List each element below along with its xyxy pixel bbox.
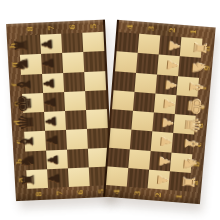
white-pawn-piece[interactable]: ♟ [153, 169, 174, 191]
board-left-half: 8765 8765 hgfedcba ♜♟♞♟♝♟♚♟♛♟♝♟♞♟♜♟ [6, 20, 113, 202]
square-d7[interactable]: ♟ [44, 111, 66, 131]
square-c3[interactable] [130, 130, 152, 151]
black-bishop-piece[interactable]: ♝ [13, 73, 33, 95]
rank-label: 3 [143, 17, 157, 39]
square-c6[interactable] [66, 129, 88, 149]
square-b7[interactable]: ♟ [46, 149, 68, 169]
square-f3[interactable] [134, 72, 157, 93]
rank-label: 6 [73, 182, 86, 203]
square-a7[interactable]: ♟ [47, 168, 69, 188]
rank-labels-top-left: 8765 [18, 20, 103, 36]
board-grid-left: ♜♟♞♟♝♟♚♟♛♟♝♟♞♟♜♟ [19, 32, 111, 189]
chess-set-photo: 8765 8765 hgfedcba ♜♟♞♟♝♟♚♟♛♟♝♟♞♟♜♟ 4321… [0, 0, 220, 220]
rank-label: 6 [65, 16, 78, 38]
black-rook-piece[interactable]: ♜ [18, 169, 38, 190]
square-a2[interactable]: ♟ [148, 169, 170, 189]
white-rook-piece[interactable]: ♜ [178, 171, 199, 193]
black-bishop-piece[interactable]: ♝ [16, 131, 36, 153]
square-g6[interactable] [62, 52, 84, 72]
black-pawn-piece[interactable]: ♟ [37, 53, 57, 75]
square-e5[interactable] [85, 90, 107, 110]
square-c2[interactable]: ♟ [151, 132, 173, 153]
rank-label: 3 [130, 183, 144, 204]
square-b3[interactable] [128, 149, 150, 170]
black-pawn-piece[interactable]: ♟ [43, 168, 63, 189]
square-d6[interactable] [65, 110, 87, 130]
square-g3[interactable] [136, 53, 159, 74]
square-c5[interactable] [87, 128, 109, 148]
square-f6[interactable] [63, 72, 85, 92]
rank-label: 5 [86, 15, 99, 37]
square-g7[interactable]: ♟ [41, 53, 63, 73]
square-d2[interactable]: ♟ [152, 112, 175, 133]
square-e6[interactable] [64, 91, 86, 111]
square-g5[interactable] [83, 51, 105, 71]
square-f2[interactable]: ♟ [155, 74, 178, 95]
square-h7[interactable]: ♟ [40, 34, 62, 54]
square-e4[interactable] [112, 90, 134, 111]
square-b2[interactable]: ♟ [149, 151, 171, 172]
square-c7[interactable]: ♟ [45, 130, 67, 150]
square-h2[interactable]: ♟ [159, 35, 182, 56]
square-f5[interactable] [84, 71, 106, 91]
square-d4[interactable] [110, 109, 132, 130]
black-knight-piece[interactable]: ♞ [12, 54, 32, 76]
square-d3[interactable] [131, 111, 153, 132]
square-e2[interactable]: ♟ [154, 93, 177, 114]
square-c4[interactable] [109, 128, 131, 149]
rank-labels-bottom-right: 4321 [105, 185, 189, 203]
square-f7[interactable]: ♟ [42, 73, 64, 93]
square-d5[interactable] [86, 109, 108, 129]
square-b4[interactable] [107, 147, 129, 168]
rank-label: 4 [122, 16, 136, 38]
square-e7[interactable]: ♟ [43, 92, 65, 112]
square-f4[interactable] [114, 71, 137, 92]
black-pawn-piece[interactable]: ♟ [38, 72, 58, 94]
rank-label: 4 [109, 181, 122, 202]
board-right-half: 4321 4321 hgfedcba ♟♜♟♞♟♝♟♚♟♛♟♝♟♞♟♜ [103, 20, 216, 204]
square-e3[interactable] [133, 92, 156, 113]
black-pawn-piece[interactable]: ♟ [41, 130, 61, 152]
square-b6[interactable] [67, 148, 89, 168]
board-grid-right: ♟♜♟♞♟♝♟♚♟♛♟♝♟♞♟♜ [106, 32, 203, 191]
square-g2[interactable]: ♟ [157, 55, 180, 76]
square-g4[interactable] [115, 51, 138, 72]
rank-labels-bottom-left: 8765 [27, 185, 111, 201]
